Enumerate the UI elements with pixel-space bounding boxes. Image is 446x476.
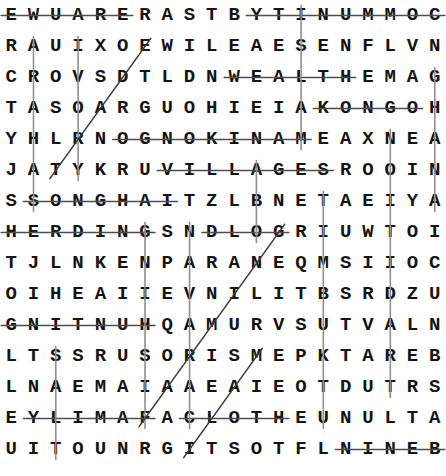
grid-cell[interactable]: A xyxy=(178,248,200,279)
grid-cell[interactable]: H xyxy=(334,62,356,93)
grid-cell[interactable]: L xyxy=(45,124,67,155)
grid-cell[interactable]: E xyxy=(401,124,423,155)
grid-cell[interactable]: R xyxy=(134,0,156,31)
grid-cell[interactable]: M xyxy=(89,403,111,434)
grid-cell[interactable]: D xyxy=(67,217,89,248)
grid-cell[interactable]: N xyxy=(134,248,156,279)
grid-cell[interactable]: B xyxy=(223,0,245,31)
grid-cell[interactable]: E xyxy=(268,248,290,279)
grid-cell[interactable]: L xyxy=(245,279,267,310)
grid-cell[interactable]: M xyxy=(201,310,223,341)
grid-cell[interactable]: K xyxy=(89,155,111,186)
grid-cell[interactable]: L xyxy=(0,372,22,403)
grid-cell[interactable]: V xyxy=(268,310,290,341)
grid-cell[interactable]: A xyxy=(223,372,245,403)
grid-cell[interactable]: L xyxy=(156,62,178,93)
grid-cell[interactable]: N xyxy=(424,31,446,62)
grid-cell[interactable]: N xyxy=(22,310,44,341)
grid-cell[interactable]: V xyxy=(67,62,89,93)
grid-cell[interactable]: M xyxy=(312,248,334,279)
grid-cell[interactable]: E xyxy=(290,155,312,186)
grid-cell[interactable]: T xyxy=(290,279,312,310)
grid-cell[interactable]: G xyxy=(134,124,156,155)
grid-cell[interactable]: N xyxy=(156,124,178,155)
grid-cell[interactable]: E xyxy=(156,279,178,310)
grid-cell[interactable]: R xyxy=(379,341,401,372)
grid-cell[interactable]: N xyxy=(89,310,111,341)
grid-cell[interactable]: O xyxy=(334,93,356,124)
grid-cell[interactable]: I xyxy=(223,124,245,155)
grid-cell[interactable]: R xyxy=(245,310,267,341)
grid-cell[interactable]: O xyxy=(67,93,89,124)
grid-cell[interactable]: T xyxy=(45,155,67,186)
grid-cell[interactable]: O xyxy=(245,217,267,248)
grid-cell[interactable]: L xyxy=(379,403,401,434)
grid-cell[interactable]: K xyxy=(201,124,223,155)
grid-cell[interactable]: T xyxy=(334,310,356,341)
grid-cell[interactable]: S xyxy=(424,372,446,403)
grid-cell[interactable]: Y xyxy=(67,155,89,186)
grid-cell[interactable]: A xyxy=(178,372,200,403)
grid-cell[interactable]: A xyxy=(424,186,446,217)
grid-cell[interactable]: O xyxy=(178,124,200,155)
grid-cell[interactable]: A xyxy=(67,0,89,31)
grid-cell[interactable]: G xyxy=(89,186,111,217)
grid-cell[interactable]: J xyxy=(22,248,44,279)
grid-cell[interactable]: A xyxy=(268,62,290,93)
grid-cell[interactable]: R xyxy=(45,217,67,248)
grid-cell[interactable]: R xyxy=(178,341,200,372)
grid-cell[interactable]: O xyxy=(111,31,133,62)
grid-cell[interactable]: Z xyxy=(401,279,423,310)
grid-cell[interactable]: R xyxy=(22,62,44,93)
grid-cell[interactable]: I xyxy=(245,372,267,403)
grid-cell[interactable]: M xyxy=(89,372,111,403)
grid-cell[interactable]: T xyxy=(312,62,334,93)
grid-cell[interactable]: R xyxy=(134,434,156,465)
grid-cell[interactable]: S xyxy=(312,155,334,186)
grid-cell[interactable]: R xyxy=(401,372,423,403)
grid-cell[interactable]: Y xyxy=(245,0,267,31)
grid-cell[interactable]: S xyxy=(178,0,200,31)
grid-cell[interactable]: U xyxy=(334,0,356,31)
grid-cell[interactable]: N xyxy=(424,310,446,341)
grid-cell[interactable]: L xyxy=(401,310,423,341)
grid-cell[interactable]: L xyxy=(290,62,312,93)
grid-cell[interactable]: F xyxy=(134,403,156,434)
grid-cell[interactable]: A xyxy=(22,31,44,62)
grid-cell[interactable]: N xyxy=(245,248,267,279)
grid-cell[interactable]: T xyxy=(0,93,22,124)
grid-cell[interactable]: R xyxy=(67,124,89,155)
grid-cell[interactable]: H xyxy=(201,93,223,124)
grid-cell[interactable]: Y xyxy=(22,403,44,434)
grid-cell[interactable]: O xyxy=(290,372,312,403)
grid-cell[interactable]: X xyxy=(89,31,111,62)
grid-cell[interactable]: E xyxy=(312,124,334,155)
grid-cell[interactable]: A xyxy=(111,372,133,403)
grid-cell[interactable]: C xyxy=(178,403,200,434)
grid-cell[interactable]: A xyxy=(245,31,267,62)
grid-cell[interactable]: N xyxy=(379,434,401,465)
grid-cell[interactable]: T xyxy=(201,434,223,465)
grid-cell[interactable]: A xyxy=(45,372,67,403)
grid-cell[interactable]: D xyxy=(334,372,356,403)
grid-cell[interactable]: U xyxy=(111,310,133,341)
grid-cell[interactable]: P xyxy=(290,341,312,372)
grid-cell[interactable]: O xyxy=(401,93,423,124)
grid-cell[interactable]: S xyxy=(156,217,178,248)
grid-cell[interactable]: N xyxy=(67,248,89,279)
grid-cell[interactable]: N xyxy=(357,93,379,124)
grid-cell[interactable]: J xyxy=(0,155,22,186)
grid-cell[interactable]: I xyxy=(67,31,89,62)
grid-cell[interactable]: L xyxy=(201,403,223,434)
grid-cell[interactable]: U xyxy=(312,403,334,434)
grid-cell[interactable]: C xyxy=(424,248,446,279)
grid-cell[interactable]: H xyxy=(45,279,67,310)
grid-cell[interactable]: F xyxy=(290,434,312,465)
grid-cell[interactable]: S xyxy=(45,93,67,124)
grid-cell[interactable]: E xyxy=(223,31,245,62)
grid-cell[interactable]: W xyxy=(357,217,379,248)
grid-cell[interactable]: O xyxy=(45,186,67,217)
grid-cell[interactable]: M xyxy=(357,0,379,31)
grid-cell[interactable]: G xyxy=(268,217,290,248)
grid-cell[interactable]: E xyxy=(67,279,89,310)
grid-cell[interactable]: H xyxy=(268,403,290,434)
grid-cell[interactable]: I xyxy=(134,279,156,310)
grid-cell[interactable]: S xyxy=(134,341,156,372)
grid-cell[interactable]: N xyxy=(178,217,200,248)
grid-cell[interactable]: E xyxy=(245,62,267,93)
grid-cell[interactable]: S xyxy=(223,434,245,465)
grid-cell[interactable]: A xyxy=(156,372,178,403)
grid-cell[interactable]: M xyxy=(245,341,267,372)
grid-cell[interactable]: U xyxy=(357,403,379,434)
grid-cell[interactable]: T xyxy=(22,341,44,372)
grid-cell[interactable]: O xyxy=(223,403,245,434)
grid-cell[interactable]: E xyxy=(134,31,156,62)
grid-cell[interactable]: S xyxy=(89,62,111,93)
grid-cell[interactable]: G xyxy=(379,93,401,124)
grid-cell[interactable]: I xyxy=(223,279,245,310)
grid-cell[interactable]: I xyxy=(357,434,379,465)
grid-cell[interactable]: T xyxy=(312,372,334,403)
grid-cell[interactable]: N xyxy=(89,124,111,155)
grid-cell[interactable]: V xyxy=(357,310,379,341)
grid-cell[interactable]: O xyxy=(45,62,67,93)
grid-cell[interactable]: A xyxy=(22,155,44,186)
grid-cell[interactable]: A xyxy=(268,124,290,155)
grid-cell[interactable]: O xyxy=(379,155,401,186)
grid-cell[interactable]: E xyxy=(245,93,267,124)
grid-cell[interactable]: A xyxy=(357,341,379,372)
grid-cell[interactable]: E xyxy=(268,341,290,372)
grid-cell[interactable]: S xyxy=(67,341,89,372)
grid-cell[interactable]: Z xyxy=(201,186,223,217)
grid-cell[interactable]: A xyxy=(245,155,267,186)
grid-cell[interactable]: W xyxy=(156,31,178,62)
grid-cell[interactable]: T xyxy=(201,0,223,31)
grid-cell[interactable]: N xyxy=(201,279,223,310)
grid-cell[interactable]: D xyxy=(111,62,133,93)
grid-cell[interactable]: A xyxy=(89,279,111,310)
grid-cell[interactable]: R xyxy=(89,341,111,372)
grid-cell[interactable]: Y xyxy=(401,186,423,217)
grid-cell[interactable]: B xyxy=(312,279,334,310)
grid-cell[interactable]: E xyxy=(67,372,89,403)
grid-cell[interactable]: A xyxy=(379,310,401,341)
grid-cell[interactable]: N xyxy=(379,124,401,155)
grid-cell[interactable]: O xyxy=(401,248,423,279)
grid-cell[interactable]: N xyxy=(111,434,133,465)
grid-cell[interactable]: T xyxy=(379,372,401,403)
grid-cell[interactable]: H xyxy=(424,93,446,124)
grid-cell[interactable]: R xyxy=(0,31,22,62)
grid-cell[interactable]: N xyxy=(111,217,133,248)
grid-cell[interactable]: L xyxy=(379,31,401,62)
grid-cell[interactable]: E xyxy=(401,434,423,465)
grid-cell[interactable]: N xyxy=(334,434,356,465)
grid-cell[interactable]: M xyxy=(379,62,401,93)
grid-cell[interactable]: I xyxy=(67,403,89,434)
grid-cell[interactable]: S xyxy=(223,341,245,372)
grid-cell[interactable]: T xyxy=(379,217,401,248)
grid-cell[interactable]: I xyxy=(268,93,290,124)
grid-cell[interactable]: H xyxy=(0,217,22,248)
grid-cell[interactable]: E xyxy=(22,217,44,248)
grid-cell[interactable]: M xyxy=(379,0,401,31)
grid-cell[interactable]: R xyxy=(111,93,133,124)
grid-cell[interactable]: I xyxy=(223,93,245,124)
grid-cell[interactable]: E xyxy=(111,0,133,31)
grid-cell[interactable]: I xyxy=(22,434,44,465)
grid-cell[interactable]: I xyxy=(312,217,334,248)
grid-cell[interactable]: I xyxy=(111,279,133,310)
grid-cell[interactable]: I xyxy=(178,434,200,465)
grid-cell[interactable]: K xyxy=(312,93,334,124)
grid-cell[interactable]: E xyxy=(268,31,290,62)
grid-cell[interactable]: F xyxy=(357,31,379,62)
grid-cell[interactable]: R xyxy=(334,155,356,186)
grid-cell[interactable]: I xyxy=(290,0,312,31)
grid-cell[interactable]: B xyxy=(245,186,267,217)
grid-cell[interactable]: S xyxy=(45,341,67,372)
grid-cell[interactable]: E xyxy=(0,0,22,31)
grid-cell[interactable]: O xyxy=(245,434,267,465)
grid-cell[interactable]: T xyxy=(45,434,67,465)
grid-cell[interactable]: O xyxy=(178,93,200,124)
grid-cell[interactable]: I xyxy=(268,279,290,310)
grid-cell[interactable]: C xyxy=(0,62,22,93)
grid-cell[interactable]: E xyxy=(357,186,379,217)
grid-cell[interactable]: I xyxy=(134,372,156,403)
grid-cell[interactable]: G xyxy=(424,62,446,93)
grid-cell[interactable]: G xyxy=(134,217,156,248)
grid-cell[interactable]: Y xyxy=(0,124,22,155)
grid-cell[interactable]: I xyxy=(156,186,178,217)
grid-cell[interactable]: U xyxy=(156,93,178,124)
grid-cell[interactable]: U xyxy=(424,279,446,310)
grid-cell[interactable]: N xyxy=(245,124,267,155)
grid-cell[interactable]: T xyxy=(67,310,89,341)
grid-cell[interactable]: U xyxy=(45,31,67,62)
grid-cell[interactable]: R xyxy=(89,0,111,31)
grid-cell[interactable]: M xyxy=(290,124,312,155)
grid-cell[interactable]: T xyxy=(268,0,290,31)
grid-cell[interactable]: G xyxy=(268,155,290,186)
grid-cell[interactable]: O xyxy=(156,341,178,372)
grid-cell[interactable]: K xyxy=(89,248,111,279)
grid-cell[interactable]: R xyxy=(201,248,223,279)
grid-cell[interactable]: S xyxy=(0,186,22,217)
grid-cell[interactable]: I xyxy=(89,217,111,248)
grid-cell[interactable]: T xyxy=(0,248,22,279)
grid-cell[interactable]: A xyxy=(401,62,423,93)
grid-cell[interactable]: D xyxy=(178,62,200,93)
grid-cell[interactable]: I xyxy=(22,279,44,310)
grid-cell[interactable]: H xyxy=(111,186,133,217)
grid-cell[interactable]: U xyxy=(134,155,156,186)
grid-cell[interactable]: S xyxy=(290,31,312,62)
grid-cell[interactable]: N xyxy=(312,0,334,31)
grid-cell[interactable]: B xyxy=(424,341,446,372)
grid-cell[interactable]: N xyxy=(334,31,356,62)
grid-cell[interactable]: C xyxy=(424,0,446,31)
grid-cell[interactable]: I xyxy=(424,217,446,248)
grid-cell[interactable]: I xyxy=(178,31,200,62)
grid-cell[interactable]: A xyxy=(290,93,312,124)
grid-cell[interactable]: Q xyxy=(156,310,178,341)
grid-cell[interactable]: A xyxy=(178,310,200,341)
grid-cell[interactable]: X xyxy=(357,124,379,155)
grid-cell[interactable]: S xyxy=(22,186,44,217)
grid-cell[interactable]: N xyxy=(334,403,356,434)
grid-cell[interactable]: E xyxy=(268,372,290,403)
grid-cell[interactable]: N xyxy=(424,155,446,186)
grid-cell[interactable]: G xyxy=(156,434,178,465)
grid-cell[interactable]: E xyxy=(312,31,334,62)
grid-cell[interactable]: I xyxy=(45,310,67,341)
grid-cell[interactable]: A xyxy=(89,93,111,124)
grid-cell[interactable]: E xyxy=(0,403,22,434)
grid-cell[interactable]: G xyxy=(0,310,22,341)
grid-cell[interactable]: L xyxy=(223,186,245,217)
grid-cell[interactable]: T xyxy=(334,341,356,372)
grid-cell[interactable]: W xyxy=(22,0,44,31)
grid-cell[interactable]: V xyxy=(178,279,200,310)
grid-cell[interactable]: V xyxy=(156,155,178,186)
grid-cell[interactable]: U xyxy=(45,0,67,31)
grid-cell[interactable]: U xyxy=(223,310,245,341)
grid-cell[interactable]: U xyxy=(0,434,22,465)
grid-cell[interactable]: U xyxy=(89,434,111,465)
grid-cell[interactable]: S xyxy=(334,248,356,279)
grid-cell[interactable]: O xyxy=(401,217,423,248)
grid-cell[interactable]: T xyxy=(312,186,334,217)
grid-cell[interactable]: V xyxy=(401,31,423,62)
grid-cell[interactable]: R xyxy=(111,155,133,186)
grid-cell[interactable]: A xyxy=(111,403,133,434)
grid-cell[interactable]: R xyxy=(357,279,379,310)
grid-cell[interactable]: I xyxy=(178,155,200,186)
grid-cell[interactable]: T xyxy=(178,186,200,217)
grid-cell[interactable]: G xyxy=(134,93,156,124)
grid-cell[interactable]: E xyxy=(401,341,423,372)
grid-cell[interactable]: O xyxy=(401,0,423,31)
grid-cell[interactable]: U xyxy=(111,341,133,372)
grid-cell[interactable]: R xyxy=(290,217,312,248)
grid-cell[interactable]: E xyxy=(201,372,223,403)
grid-cell[interactable]: E xyxy=(290,186,312,217)
grid-cell[interactable]: E xyxy=(290,403,312,434)
grid-cell[interactable]: U xyxy=(357,372,379,403)
grid-cell[interactable]: U xyxy=(334,217,356,248)
grid-cell[interactable]: A xyxy=(334,186,356,217)
grid-cell[interactable]: U xyxy=(312,310,334,341)
grid-cell[interactable]: L xyxy=(45,403,67,434)
grid-cell[interactable]: N xyxy=(268,186,290,217)
grid-cell[interactable]: Q xyxy=(290,248,312,279)
grid-cell[interactable]: I xyxy=(379,248,401,279)
grid-cell[interactable]: O xyxy=(357,155,379,186)
grid-cell[interactable]: L xyxy=(201,31,223,62)
grid-cell[interactable]: A xyxy=(424,403,446,434)
grid-cell[interactable]: A xyxy=(223,248,245,279)
grid-cell[interactable]: I xyxy=(401,155,423,186)
grid-cell[interactable]: E xyxy=(357,62,379,93)
grid-cell[interactable]: A xyxy=(334,124,356,155)
grid-cell[interactable]: T xyxy=(401,403,423,434)
grid-cell[interactable]: O xyxy=(111,124,133,155)
grid-cell[interactable]: O xyxy=(0,279,22,310)
grid-cell[interactable]: L xyxy=(223,217,245,248)
grid-cell[interactable]: A xyxy=(156,403,178,434)
grid-cell[interactable]: I xyxy=(357,248,379,279)
grid-cell[interactable]: N xyxy=(22,372,44,403)
grid-cell[interactable]: T xyxy=(134,62,156,93)
grid-cell[interactable]: I xyxy=(379,186,401,217)
grid-cell[interactable]: K xyxy=(312,341,334,372)
grid-cell[interactable]: P xyxy=(156,248,178,279)
grid-cell[interactable]: H xyxy=(134,310,156,341)
grid-cell[interactable]: L xyxy=(223,155,245,186)
grid-cell[interactable]: A xyxy=(424,124,446,155)
grid-cell[interactable]: D xyxy=(201,217,223,248)
grid-cell[interactable]: N xyxy=(67,186,89,217)
grid-cell[interactable]: I xyxy=(201,341,223,372)
grid-cell[interactable]: L xyxy=(45,248,67,279)
grid-cell[interactable]: E xyxy=(111,248,133,279)
grid-cell[interactable]: B xyxy=(424,434,446,465)
grid-cell[interactable]: A xyxy=(156,0,178,31)
grid-cell[interactable]: S xyxy=(334,279,356,310)
grid-cell[interactable]: W xyxy=(223,62,245,93)
grid-cell[interactable]: N xyxy=(201,62,223,93)
grid-cell[interactable]: T xyxy=(245,403,267,434)
grid-cell[interactable]: L xyxy=(201,155,223,186)
grid-cell[interactable]: A xyxy=(22,93,44,124)
grid-cell[interactable]: A xyxy=(134,186,156,217)
grid-cell[interactable]: S xyxy=(290,310,312,341)
grid-cell[interactable]: L xyxy=(312,434,334,465)
grid-cell[interactable]: H xyxy=(22,124,44,155)
grid-cell[interactable]: T xyxy=(268,434,290,465)
grid-cell[interactable]: L xyxy=(0,341,22,372)
grid-cell[interactable]: O xyxy=(67,434,89,465)
grid-cell[interactable]: D xyxy=(379,279,401,310)
